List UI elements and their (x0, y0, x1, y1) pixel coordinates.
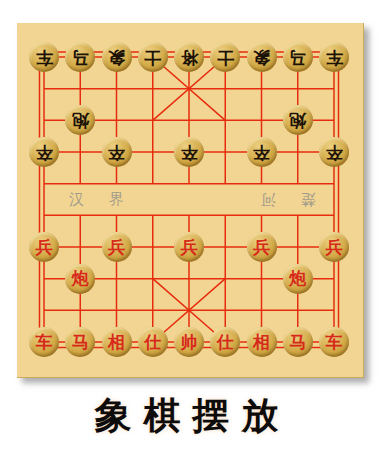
river-label-right: 楚 河 (251, 190, 316, 209)
piece-red-chariot[interactable]: 车 (319, 327, 349, 357)
piece-glyph: 兵 (181, 239, 198, 256)
piece-glyph: 卒 (181, 144, 198, 161)
piece-red-elephant[interactable]: 相 (247, 327, 277, 357)
piece-red-soldier[interactable]: 兵 (319, 232, 349, 262)
piece-glyph: 仕 (217, 334, 234, 351)
piece-glyph: 车 (326, 49, 343, 66)
piece-glyph: 炮 (289, 112, 306, 129)
piece-glyph: 相 (253, 334, 270, 351)
piece-glyph: 车 (326, 334, 343, 351)
piece-black-elephant[interactable]: 象 (247, 42, 277, 72)
piece-glyph: 炮 (72, 112, 89, 129)
piece-black-advisor[interactable]: 士 (210, 42, 240, 72)
river-label-left: 汉 界 (69, 190, 134, 209)
piece-red-chariot[interactable]: 车 (29, 327, 59, 357)
piece-red-cannon[interactable]: 炮 (65, 264, 95, 294)
page-root: 车马象士将士象马车炮炮卒卒卒卒卒兵兵兵兵兵炮炮车马相仕帅仕相马车 汉 界 楚 河… (0, 0, 385, 461)
piece-red-advisor[interactable]: 仕 (138, 327, 168, 357)
caption-title: 象棋摆放 (0, 391, 385, 441)
piece-black-general[interactable]: 将 (174, 42, 204, 72)
piece-black-advisor[interactable]: 士 (138, 42, 168, 72)
piece-red-horse[interactable]: 马 (65, 327, 95, 357)
piece-black-cannon[interactable]: 炮 (65, 105, 95, 135)
piece-glyph: 马 (289, 49, 306, 66)
piece-black-elephant[interactable]: 象 (102, 42, 132, 72)
piece-glyph: 兵 (326, 239, 343, 256)
piece-glyph: 马 (72, 334, 89, 351)
piece-red-cannon[interactable]: 炮 (283, 264, 313, 294)
piece-glyph: 炮 (72, 270, 89, 287)
piece-glyph: 士 (217, 49, 234, 66)
piece-glyph: 炮 (289, 270, 306, 287)
piece-black-horse[interactable]: 马 (283, 42, 313, 72)
piece-glyph: 卒 (326, 144, 343, 161)
piece-black-soldier[interactable]: 卒 (102, 137, 132, 167)
piece-red-advisor[interactable]: 仕 (210, 327, 240, 357)
piece-red-general[interactable]: 帅 (174, 327, 204, 357)
piece-glyph: 车 (36, 49, 53, 66)
piece-glyph: 马 (72, 49, 89, 66)
piece-glyph: 士 (144, 49, 161, 66)
piece-red-soldier[interactable]: 兵 (174, 232, 204, 262)
piece-glyph: 卒 (108, 144, 125, 161)
piece-black-cannon[interactable]: 炮 (283, 105, 313, 135)
piece-red-soldier[interactable]: 兵 (247, 232, 277, 262)
piece-glyph: 卒 (253, 144, 270, 161)
piece-glyph: 兵 (108, 239, 125, 256)
piece-glyph: 卒 (36, 144, 53, 161)
piece-red-elephant[interactable]: 相 (102, 327, 132, 357)
xiangqi-board: 车马象士将士象马车炮炮卒卒卒卒卒兵兵兵兵兵炮炮车马相仕帅仕相马车 汉 界 楚 河 (17, 23, 364, 378)
piece-glyph: 马 (289, 334, 306, 351)
piece-glyph: 兵 (36, 239, 53, 256)
piece-glyph: 帅 (181, 334, 198, 351)
piece-glyph: 象 (108, 49, 125, 66)
piece-black-chariot[interactable]: 车 (29, 42, 59, 72)
piece-glyph: 象 (253, 49, 270, 66)
piece-glyph: 仕 (144, 334, 161, 351)
piece-black-soldier[interactable]: 卒 (319, 137, 349, 167)
piece-black-horse[interactable]: 马 (65, 42, 95, 72)
piece-black-soldier[interactable]: 卒 (247, 137, 277, 167)
piece-red-soldier[interactable]: 兵 (102, 232, 132, 262)
piece-red-soldier[interactable]: 兵 (29, 232, 59, 262)
piece-black-soldier[interactable]: 卒 (29, 137, 59, 167)
piece-glyph: 将 (181, 49, 198, 66)
piece-glyph: 相 (108, 334, 125, 351)
piece-black-chariot[interactable]: 车 (319, 42, 349, 72)
piece-glyph: 兵 (253, 239, 270, 256)
piece-red-horse[interactable]: 马 (283, 327, 313, 357)
piece-glyph: 车 (36, 334, 53, 351)
piece-black-soldier[interactable]: 卒 (174, 137, 204, 167)
